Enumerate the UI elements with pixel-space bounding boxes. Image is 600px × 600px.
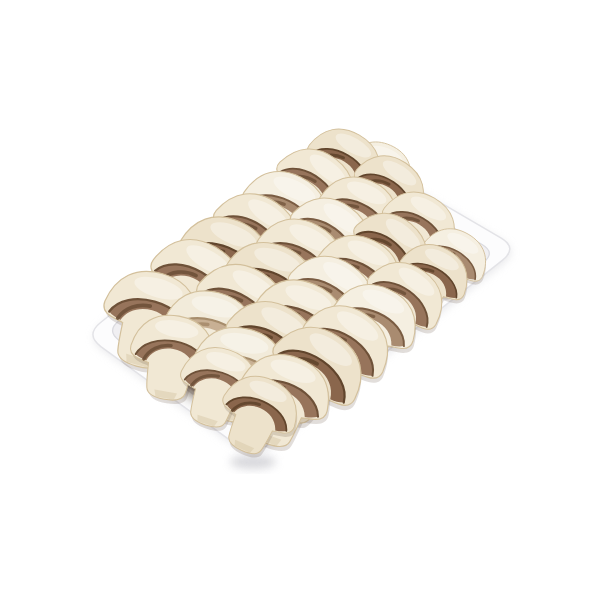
product-photo [0,0,600,600]
page: { "scene": { "description": "Overhead an… [0,0,600,600]
mushroom-slices [89,116,499,470]
mushroom-tray-image [0,0,600,600]
